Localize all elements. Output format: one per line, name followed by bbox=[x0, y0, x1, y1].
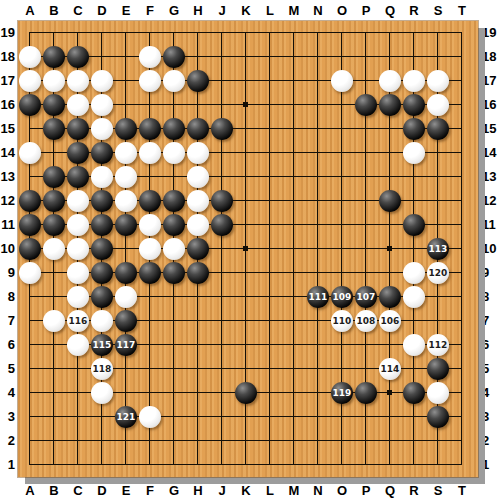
intersection-Q17[interactable] bbox=[378, 69, 402, 93]
intersection-L12[interactable] bbox=[258, 189, 282, 213]
intersection-P16[interactable] bbox=[354, 93, 378, 117]
intersection-N14[interactable] bbox=[306, 141, 330, 165]
intersection-R6[interactable] bbox=[402, 333, 426, 357]
intersection-J17[interactable] bbox=[210, 69, 234, 93]
intersection-G8[interactable] bbox=[162, 285, 186, 309]
intersection-T17[interactable] bbox=[450, 69, 474, 93]
intersection-D3[interactable] bbox=[90, 405, 114, 429]
intersection-R3[interactable] bbox=[402, 405, 426, 429]
intersection-T2[interactable] bbox=[450, 429, 474, 453]
intersection-M15[interactable] bbox=[282, 117, 306, 141]
intersection-S17[interactable] bbox=[426, 69, 450, 93]
intersection-K17[interactable] bbox=[234, 69, 258, 93]
intersection-S9[interactable]: 120 bbox=[426, 261, 450, 285]
intersection-O19[interactable] bbox=[330, 21, 354, 45]
intersection-B2[interactable] bbox=[42, 429, 66, 453]
intersection-A5[interactable] bbox=[18, 357, 42, 381]
intersection-P4[interactable] bbox=[354, 381, 378, 405]
intersection-J7[interactable] bbox=[210, 309, 234, 333]
intersection-C5[interactable] bbox=[66, 357, 90, 381]
intersection-E12[interactable] bbox=[114, 189, 138, 213]
intersection-H19[interactable] bbox=[186, 21, 210, 45]
intersection-R7[interactable] bbox=[402, 309, 426, 333]
intersection-D13[interactable] bbox=[90, 165, 114, 189]
intersection-B17[interactable] bbox=[42, 69, 66, 93]
intersection-L10[interactable] bbox=[258, 237, 282, 261]
intersection-J16[interactable] bbox=[210, 93, 234, 117]
intersection-K13[interactable] bbox=[234, 165, 258, 189]
intersection-T5[interactable] bbox=[450, 357, 474, 381]
intersection-L6[interactable] bbox=[258, 333, 282, 357]
intersection-N18[interactable] bbox=[306, 45, 330, 69]
intersection-B5[interactable] bbox=[42, 357, 66, 381]
intersection-F7[interactable] bbox=[138, 309, 162, 333]
intersection-K15[interactable] bbox=[234, 117, 258, 141]
intersection-P17[interactable] bbox=[354, 69, 378, 93]
intersection-E18[interactable] bbox=[114, 45, 138, 69]
intersection-O9[interactable] bbox=[330, 261, 354, 285]
intersection-E4[interactable] bbox=[114, 381, 138, 405]
intersection-O2[interactable] bbox=[330, 429, 354, 453]
intersection-B16[interactable] bbox=[42, 93, 66, 117]
intersection-T16[interactable] bbox=[450, 93, 474, 117]
intersection-D18[interactable] bbox=[90, 45, 114, 69]
intersection-B6[interactable] bbox=[42, 333, 66, 357]
intersection-B3[interactable] bbox=[42, 405, 66, 429]
intersection-P2[interactable] bbox=[354, 429, 378, 453]
intersection-R14[interactable] bbox=[402, 141, 426, 165]
intersection-C7[interactable]: 116 bbox=[66, 309, 90, 333]
intersection-L1[interactable] bbox=[258, 453, 282, 477]
intersection-N10[interactable] bbox=[306, 237, 330, 261]
intersection-G6[interactable] bbox=[162, 333, 186, 357]
intersection-S19[interactable] bbox=[426, 21, 450, 45]
intersection-H7[interactable] bbox=[186, 309, 210, 333]
intersection-F14[interactable] bbox=[138, 141, 162, 165]
intersection-M18[interactable] bbox=[282, 45, 306, 69]
intersection-A14[interactable] bbox=[18, 141, 42, 165]
intersection-F15[interactable] bbox=[138, 117, 162, 141]
intersection-P11[interactable] bbox=[354, 213, 378, 237]
intersection-T13[interactable] bbox=[450, 165, 474, 189]
intersection-K9[interactable] bbox=[234, 261, 258, 285]
intersection-E11[interactable] bbox=[114, 213, 138, 237]
intersection-P5[interactable] bbox=[354, 357, 378, 381]
intersection-J4[interactable] bbox=[210, 381, 234, 405]
intersection-S1[interactable] bbox=[426, 453, 450, 477]
intersection-G9[interactable] bbox=[162, 261, 186, 285]
intersection-Q5[interactable]: 114 bbox=[378, 357, 402, 381]
intersection-E15[interactable] bbox=[114, 117, 138, 141]
intersection-B14[interactable] bbox=[42, 141, 66, 165]
intersection-Q1[interactable] bbox=[378, 453, 402, 477]
intersection-E3[interactable]: 121 bbox=[114, 405, 138, 429]
intersection-E6[interactable]: 117 bbox=[114, 333, 138, 357]
intersection-T14[interactable] bbox=[450, 141, 474, 165]
intersection-S4[interactable] bbox=[426, 381, 450, 405]
intersection-A3[interactable] bbox=[18, 405, 42, 429]
intersection-G5[interactable] bbox=[162, 357, 186, 381]
intersection-N9[interactable] bbox=[306, 261, 330, 285]
intersection-F19[interactable] bbox=[138, 21, 162, 45]
intersection-Q12[interactable] bbox=[378, 189, 402, 213]
intersection-G12[interactable] bbox=[162, 189, 186, 213]
intersection-K18[interactable] bbox=[234, 45, 258, 69]
intersection-R11[interactable] bbox=[402, 213, 426, 237]
intersection-J19[interactable] bbox=[210, 21, 234, 45]
intersection-N1[interactable] bbox=[306, 453, 330, 477]
intersection-L2[interactable] bbox=[258, 429, 282, 453]
intersection-Q8[interactable] bbox=[378, 285, 402, 309]
intersection-T4[interactable] bbox=[450, 381, 474, 405]
intersection-Q9[interactable] bbox=[378, 261, 402, 285]
intersection-P18[interactable] bbox=[354, 45, 378, 69]
intersection-K11[interactable] bbox=[234, 213, 258, 237]
intersection-P3[interactable] bbox=[354, 405, 378, 429]
intersection-D8[interactable] bbox=[90, 285, 114, 309]
intersection-F13[interactable] bbox=[138, 165, 162, 189]
intersection-N3[interactable] bbox=[306, 405, 330, 429]
intersection-B1[interactable] bbox=[42, 453, 66, 477]
intersection-Q10[interactable] bbox=[378, 237, 402, 261]
intersection-M12[interactable] bbox=[282, 189, 306, 213]
intersection-N4[interactable] bbox=[306, 381, 330, 405]
intersection-K19[interactable] bbox=[234, 21, 258, 45]
intersection-G7[interactable] bbox=[162, 309, 186, 333]
intersection-J14[interactable] bbox=[210, 141, 234, 165]
intersection-H16[interactable] bbox=[186, 93, 210, 117]
intersection-O1[interactable] bbox=[330, 453, 354, 477]
intersection-K5[interactable] bbox=[234, 357, 258, 381]
intersection-L17[interactable] bbox=[258, 69, 282, 93]
intersection-K6[interactable] bbox=[234, 333, 258, 357]
intersection-H3[interactable] bbox=[186, 405, 210, 429]
intersection-P15[interactable] bbox=[354, 117, 378, 141]
intersection-T15[interactable] bbox=[450, 117, 474, 141]
intersection-A8[interactable] bbox=[18, 285, 42, 309]
intersection-F10[interactable] bbox=[138, 237, 162, 261]
intersection-E1[interactable] bbox=[114, 453, 138, 477]
intersection-C15[interactable] bbox=[66, 117, 90, 141]
intersection-H11[interactable] bbox=[186, 213, 210, 237]
intersection-R10[interactable] bbox=[402, 237, 426, 261]
intersection-H10[interactable] bbox=[186, 237, 210, 261]
intersection-G16[interactable] bbox=[162, 93, 186, 117]
intersection-R8[interactable] bbox=[402, 285, 426, 309]
intersection-O17[interactable] bbox=[330, 69, 354, 93]
intersection-R18[interactable] bbox=[402, 45, 426, 69]
intersection-C10[interactable] bbox=[66, 237, 90, 261]
intersection-Q3[interactable] bbox=[378, 405, 402, 429]
intersection-D5[interactable]: 118 bbox=[90, 357, 114, 381]
intersection-D7[interactable] bbox=[90, 309, 114, 333]
intersection-K8[interactable] bbox=[234, 285, 258, 309]
intersection-K7[interactable] bbox=[234, 309, 258, 333]
intersection-H18[interactable] bbox=[186, 45, 210, 69]
intersection-M3[interactable] bbox=[282, 405, 306, 429]
intersection-F6[interactable] bbox=[138, 333, 162, 357]
intersection-D2[interactable] bbox=[90, 429, 114, 453]
intersection-H15[interactable] bbox=[186, 117, 210, 141]
intersection-A7[interactable] bbox=[18, 309, 42, 333]
intersection-S14[interactable] bbox=[426, 141, 450, 165]
intersection-R5[interactable] bbox=[402, 357, 426, 381]
intersection-F17[interactable] bbox=[138, 69, 162, 93]
intersection-J11[interactable] bbox=[210, 213, 234, 237]
intersection-K1[interactable] bbox=[234, 453, 258, 477]
intersection-C9[interactable] bbox=[66, 261, 90, 285]
intersection-F2[interactable] bbox=[138, 429, 162, 453]
intersection-Q11[interactable] bbox=[378, 213, 402, 237]
intersection-R16[interactable] bbox=[402, 93, 426, 117]
intersection-S12[interactable] bbox=[426, 189, 450, 213]
intersection-E2[interactable] bbox=[114, 429, 138, 453]
intersection-P7[interactable]: 108 bbox=[354, 309, 378, 333]
intersection-K16[interactable] bbox=[234, 93, 258, 117]
intersection-F1[interactable] bbox=[138, 453, 162, 477]
intersection-H1[interactable] bbox=[186, 453, 210, 477]
intersection-N13[interactable] bbox=[306, 165, 330, 189]
intersection-H17[interactable] bbox=[186, 69, 210, 93]
intersection-P1[interactable] bbox=[354, 453, 378, 477]
intersection-O11[interactable] bbox=[330, 213, 354, 237]
intersection-L14[interactable] bbox=[258, 141, 282, 165]
intersection-Q16[interactable] bbox=[378, 93, 402, 117]
intersection-S11[interactable] bbox=[426, 213, 450, 237]
intersection-T19[interactable] bbox=[450, 21, 474, 45]
intersection-H2[interactable] bbox=[186, 429, 210, 453]
intersection-J10[interactable] bbox=[210, 237, 234, 261]
intersection-T1[interactable] bbox=[450, 453, 474, 477]
intersection-S8[interactable] bbox=[426, 285, 450, 309]
intersection-O14[interactable] bbox=[330, 141, 354, 165]
intersection-G10[interactable] bbox=[162, 237, 186, 261]
intersection-C17[interactable] bbox=[66, 69, 90, 93]
intersection-S15[interactable] bbox=[426, 117, 450, 141]
intersection-F9[interactable] bbox=[138, 261, 162, 285]
intersection-A6[interactable] bbox=[18, 333, 42, 357]
intersection-G11[interactable] bbox=[162, 213, 186, 237]
intersection-B11[interactable] bbox=[42, 213, 66, 237]
intersection-G3[interactable] bbox=[162, 405, 186, 429]
intersection-R17[interactable] bbox=[402, 69, 426, 93]
intersection-O5[interactable] bbox=[330, 357, 354, 381]
intersection-N12[interactable] bbox=[306, 189, 330, 213]
intersection-D15[interactable] bbox=[90, 117, 114, 141]
intersection-M19[interactable] bbox=[282, 21, 306, 45]
intersection-C2[interactable] bbox=[66, 429, 90, 453]
intersection-R13[interactable] bbox=[402, 165, 426, 189]
intersection-P6[interactable] bbox=[354, 333, 378, 357]
intersection-F4[interactable] bbox=[138, 381, 162, 405]
intersection-R15[interactable] bbox=[402, 117, 426, 141]
intersection-A9[interactable] bbox=[18, 261, 42, 285]
intersection-A10[interactable] bbox=[18, 237, 42, 261]
intersection-S3[interactable] bbox=[426, 405, 450, 429]
intersection-P14[interactable] bbox=[354, 141, 378, 165]
intersection-M6[interactable] bbox=[282, 333, 306, 357]
intersection-Q15[interactable] bbox=[378, 117, 402, 141]
intersection-T9[interactable] bbox=[450, 261, 474, 285]
intersection-J18[interactable] bbox=[210, 45, 234, 69]
intersection-E10[interactable] bbox=[114, 237, 138, 261]
intersection-J13[interactable] bbox=[210, 165, 234, 189]
intersection-B19[interactable] bbox=[42, 21, 66, 45]
intersection-G19[interactable] bbox=[162, 21, 186, 45]
intersection-L19[interactable] bbox=[258, 21, 282, 45]
intersection-M7[interactable] bbox=[282, 309, 306, 333]
intersection-L4[interactable] bbox=[258, 381, 282, 405]
intersection-P9[interactable] bbox=[354, 261, 378, 285]
intersection-A1[interactable] bbox=[18, 453, 42, 477]
intersection-D12[interactable] bbox=[90, 189, 114, 213]
intersection-L7[interactable] bbox=[258, 309, 282, 333]
intersection-G1[interactable] bbox=[162, 453, 186, 477]
intersection-A2[interactable] bbox=[18, 429, 42, 453]
intersection-K2[interactable] bbox=[234, 429, 258, 453]
intersection-L3[interactable] bbox=[258, 405, 282, 429]
intersection-D17[interactable] bbox=[90, 69, 114, 93]
intersection-C12[interactable] bbox=[66, 189, 90, 213]
intersection-R4[interactable] bbox=[402, 381, 426, 405]
intersection-M13[interactable] bbox=[282, 165, 306, 189]
intersection-M9[interactable] bbox=[282, 261, 306, 285]
intersection-S6[interactable]: 112 bbox=[426, 333, 450, 357]
intersection-R2[interactable] bbox=[402, 429, 426, 453]
intersection-L11[interactable] bbox=[258, 213, 282, 237]
intersection-M17[interactable] bbox=[282, 69, 306, 93]
intersection-S2[interactable] bbox=[426, 429, 450, 453]
intersection-O18[interactable] bbox=[330, 45, 354, 69]
intersection-S13[interactable] bbox=[426, 165, 450, 189]
intersection-L9[interactable] bbox=[258, 261, 282, 285]
intersection-P12[interactable] bbox=[354, 189, 378, 213]
intersection-N5[interactable] bbox=[306, 357, 330, 381]
intersection-R12[interactable] bbox=[402, 189, 426, 213]
intersection-F5[interactable] bbox=[138, 357, 162, 381]
intersection-C13[interactable] bbox=[66, 165, 90, 189]
intersection-N11[interactable] bbox=[306, 213, 330, 237]
intersection-M2[interactable] bbox=[282, 429, 306, 453]
intersection-Q19[interactable] bbox=[378, 21, 402, 45]
intersection-C16[interactable] bbox=[66, 93, 90, 117]
intersection-P19[interactable] bbox=[354, 21, 378, 45]
intersection-A13[interactable] bbox=[18, 165, 42, 189]
intersection-D9[interactable] bbox=[90, 261, 114, 285]
intersection-O4[interactable]: 119 bbox=[330, 381, 354, 405]
intersection-J15[interactable] bbox=[210, 117, 234, 141]
intersection-C8[interactable] bbox=[66, 285, 90, 309]
intersection-M10[interactable] bbox=[282, 237, 306, 261]
intersection-G15[interactable] bbox=[162, 117, 186, 141]
intersection-E14[interactable] bbox=[114, 141, 138, 165]
intersection-R9[interactable] bbox=[402, 261, 426, 285]
intersection-J1[interactable] bbox=[210, 453, 234, 477]
intersection-M8[interactable] bbox=[282, 285, 306, 309]
intersection-B12[interactable] bbox=[42, 189, 66, 213]
intersection-A17[interactable] bbox=[18, 69, 42, 93]
intersection-T18[interactable] bbox=[450, 45, 474, 69]
intersection-Q2[interactable] bbox=[378, 429, 402, 453]
intersection-N6[interactable] bbox=[306, 333, 330, 357]
intersection-N15[interactable] bbox=[306, 117, 330, 141]
intersection-J8[interactable] bbox=[210, 285, 234, 309]
intersection-P13[interactable] bbox=[354, 165, 378, 189]
intersection-K14[interactable] bbox=[234, 141, 258, 165]
intersection-C11[interactable] bbox=[66, 213, 90, 237]
intersection-O6[interactable] bbox=[330, 333, 354, 357]
intersection-H8[interactable] bbox=[186, 285, 210, 309]
intersection-T8[interactable] bbox=[450, 285, 474, 309]
intersection-R19[interactable] bbox=[402, 21, 426, 45]
intersection-B18[interactable] bbox=[42, 45, 66, 69]
intersection-O8[interactable]: 109 bbox=[330, 285, 354, 309]
intersection-O12[interactable] bbox=[330, 189, 354, 213]
intersection-E17[interactable] bbox=[114, 69, 138, 93]
intersection-A4[interactable] bbox=[18, 381, 42, 405]
intersection-H6[interactable] bbox=[186, 333, 210, 357]
intersection-Q14[interactable] bbox=[378, 141, 402, 165]
intersection-S7[interactable] bbox=[426, 309, 450, 333]
intersection-S16[interactable] bbox=[426, 93, 450, 117]
intersection-A16[interactable] bbox=[18, 93, 42, 117]
intersection-C14[interactable] bbox=[66, 141, 90, 165]
intersection-E5[interactable] bbox=[114, 357, 138, 381]
intersection-P8[interactable]: 107 bbox=[354, 285, 378, 309]
intersection-J12[interactable] bbox=[210, 189, 234, 213]
intersection-Q18[interactable] bbox=[378, 45, 402, 69]
intersection-K12[interactable] bbox=[234, 189, 258, 213]
intersection-G13[interactable] bbox=[162, 165, 186, 189]
intersection-F3[interactable] bbox=[138, 405, 162, 429]
intersection-J2[interactable] bbox=[210, 429, 234, 453]
intersection-C18[interactable] bbox=[66, 45, 90, 69]
intersection-O7[interactable]: 110 bbox=[330, 309, 354, 333]
intersection-A15[interactable] bbox=[18, 117, 42, 141]
intersection-H13[interactable] bbox=[186, 165, 210, 189]
intersection-C19[interactable] bbox=[66, 21, 90, 45]
intersection-F18[interactable] bbox=[138, 45, 162, 69]
intersection-Q4[interactable] bbox=[378, 381, 402, 405]
intersection-A18[interactable] bbox=[18, 45, 42, 69]
intersection-T3[interactable] bbox=[450, 405, 474, 429]
intersection-H14[interactable] bbox=[186, 141, 210, 165]
intersection-A19[interactable] bbox=[18, 21, 42, 45]
intersection-K4[interactable] bbox=[234, 381, 258, 405]
intersection-D1[interactable] bbox=[90, 453, 114, 477]
intersection-O13[interactable] bbox=[330, 165, 354, 189]
intersection-C3[interactable] bbox=[66, 405, 90, 429]
intersection-Q7[interactable]: 106 bbox=[378, 309, 402, 333]
intersection-M4[interactable] bbox=[282, 381, 306, 405]
intersection-E16[interactable] bbox=[114, 93, 138, 117]
intersection-F11[interactable] bbox=[138, 213, 162, 237]
intersection-N16[interactable] bbox=[306, 93, 330, 117]
intersection-B15[interactable] bbox=[42, 117, 66, 141]
intersection-L15[interactable] bbox=[258, 117, 282, 141]
intersection-E9[interactable] bbox=[114, 261, 138, 285]
intersection-N2[interactable] bbox=[306, 429, 330, 453]
intersection-B10[interactable] bbox=[42, 237, 66, 261]
intersection-G4[interactable] bbox=[162, 381, 186, 405]
intersection-M16[interactable] bbox=[282, 93, 306, 117]
intersection-J5[interactable] bbox=[210, 357, 234, 381]
intersection-D6[interactable]: 115 bbox=[90, 333, 114, 357]
intersection-G18[interactable] bbox=[162, 45, 186, 69]
intersection-E13[interactable] bbox=[114, 165, 138, 189]
intersection-S5[interactable] bbox=[426, 357, 450, 381]
intersection-G14[interactable] bbox=[162, 141, 186, 165]
